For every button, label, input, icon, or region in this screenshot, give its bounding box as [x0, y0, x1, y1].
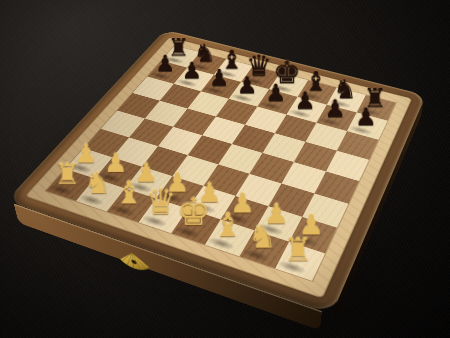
- piece-black-pawn[interactable]: ♟: [150, 52, 180, 75]
- square-h7[interactable]: ♟: [347, 113, 387, 140]
- piece-white-bishop[interactable]: ♝: [208, 209, 246, 242]
- piece-white-king[interactable]: ♚: [175, 193, 212, 231]
- photo-stage: ♜♞♝♛♚♝♞♜♟♟♟♟♟♟♟♟♟♟♟♟♟♟♟♟♜♞♝♛♚♝♞♜: [0, 0, 450, 338]
- piece-white-rook[interactable]: ♜: [279, 234, 318, 266]
- piece-black-pawn[interactable]: ♟: [350, 105, 382, 129]
- piece-white-queen[interactable]: ♛: [142, 184, 179, 219]
- piece-black-pawn[interactable]: ♟: [319, 97, 351, 121]
- piece-white-knight[interactable]: ♞: [243, 221, 281, 253]
- piece-black-pawn[interactable]: ♟: [260, 81, 291, 105]
- piece-black-pawn[interactable]: ♟: [289, 89, 321, 113]
- piece-black-pawn[interactable]: ♟: [204, 66, 234, 89]
- piece-white-bishop[interactable]: ♝: [110, 177, 146, 209]
- piece-black-pawn[interactable]: ♟: [177, 59, 207, 82]
- piece-black-pawn[interactable]: ♟: [232, 74, 263, 97]
